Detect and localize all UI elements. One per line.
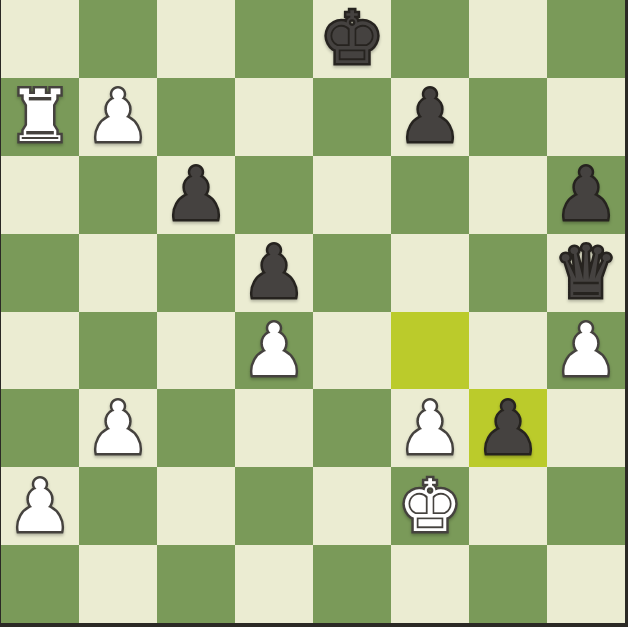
square-a8[interactable] <box>1 0 79 78</box>
square-f8[interactable] <box>391 0 469 78</box>
square-a2[interactable]: ♟♟ <box>1 467 79 545</box>
square-b1[interactable] <box>79 545 157 623</box>
piece-glyph-fill: ♟ <box>8 468 73 545</box>
square-e6[interactable] <box>313 156 391 234</box>
square-a3[interactable] <box>1 389 79 467</box>
square-g8[interactable] <box>469 0 547 78</box>
square-h2[interactable] <box>547 467 625 545</box>
square-d6[interactable] <box>235 156 313 234</box>
square-b2[interactable] <box>79 467 157 545</box>
square-b6[interactable] <box>79 156 157 234</box>
piece-black-pawn-d5[interactable]: ♟♟ <box>235 234 313 312</box>
square-a6[interactable] <box>1 156 79 234</box>
square-d5[interactable]: ♟♟ <box>235 234 313 312</box>
square-b5[interactable] <box>79 234 157 312</box>
square-c4[interactable] <box>157 312 235 390</box>
piece-white-pawn-f3[interactable]: ♟♟ <box>391 389 469 467</box>
square-h6[interactable]: ♟♟ <box>547 156 625 234</box>
square-f3[interactable]: ♟♟ <box>391 389 469 467</box>
square-f5[interactable] <box>391 234 469 312</box>
square-c3[interactable] <box>157 389 235 467</box>
square-h1[interactable] <box>547 545 625 623</box>
square-g5[interactable] <box>469 234 547 312</box>
piece-white-king-f2[interactable]: ♚♚ <box>391 467 469 545</box>
piece-black-pawn-h6[interactable]: ♟♟ <box>547 156 625 234</box>
square-a7[interactable]: ♜♜ <box>1 78 79 156</box>
square-b4[interactable] <box>79 312 157 390</box>
square-c7[interactable] <box>157 78 235 156</box>
square-g1[interactable] <box>469 545 547 623</box>
piece-glyph-fill: ♟ <box>86 390 151 467</box>
square-e1[interactable] <box>313 545 391 623</box>
piece-white-pawn-b7[interactable]: ♟♟ <box>79 78 157 156</box>
square-c1[interactable] <box>157 545 235 623</box>
board-frame: ♚♚♜♜♟♟♟♟♟♟♟♟♟♟♛♛♟♟♟♟♟♟♟♟♟♟♟♟♚♚ <box>0 0 628 627</box>
piece-glyph-fill: ♜ <box>8 78 73 155</box>
square-c6[interactable]: ♟♟ <box>157 156 235 234</box>
square-f4[interactable] <box>391 312 469 390</box>
square-e5[interactable] <box>313 234 391 312</box>
square-f6[interactable] <box>391 156 469 234</box>
piece-black-pawn-c6[interactable]: ♟♟ <box>157 156 235 234</box>
square-h8[interactable] <box>547 0 625 78</box>
piece-glyph-fill: ♚ <box>398 468 463 545</box>
piece-glyph-fill: ♛ <box>554 234 619 311</box>
square-e7[interactable] <box>313 78 391 156</box>
square-e3[interactable] <box>313 389 391 467</box>
square-b8[interactable] <box>79 0 157 78</box>
piece-black-pawn-g3[interactable]: ♟♟ <box>469 389 547 467</box>
piece-glyph-fill: ♟ <box>476 390 541 467</box>
piece-white-rook-a7[interactable]: ♜♜ <box>1 78 79 156</box>
piece-black-queen-h5[interactable]: ♛♛ <box>547 234 625 312</box>
square-g3[interactable]: ♟♟ <box>469 389 547 467</box>
square-f7[interactable]: ♟♟ <box>391 78 469 156</box>
square-d8[interactable] <box>235 0 313 78</box>
square-g2[interactable] <box>469 467 547 545</box>
square-h7[interactable] <box>547 78 625 156</box>
square-e8[interactable]: ♚♚ <box>313 0 391 78</box>
square-f1[interactable] <box>391 545 469 623</box>
square-h3[interactable] <box>547 389 625 467</box>
piece-glyph-fill: ♟ <box>554 312 619 389</box>
piece-black-king-e8[interactable]: ♚♚ <box>313 0 391 78</box>
square-d2[interactable] <box>235 467 313 545</box>
square-d1[interactable] <box>235 545 313 623</box>
square-b3[interactable]: ♟♟ <box>79 389 157 467</box>
square-e4[interactable] <box>313 312 391 390</box>
piece-black-pawn-f7[interactable]: ♟♟ <box>391 78 469 156</box>
piece-white-pawn-b3[interactable]: ♟♟ <box>79 389 157 467</box>
square-f2[interactable]: ♚♚ <box>391 467 469 545</box>
piece-glyph-fill: ♟ <box>242 312 307 389</box>
square-b7[interactable]: ♟♟ <box>79 78 157 156</box>
square-g6[interactable] <box>469 156 547 234</box>
piece-white-pawn-a2[interactable]: ♟♟ <box>1 467 79 545</box>
square-e2[interactable] <box>313 467 391 545</box>
square-d3[interactable] <box>235 389 313 467</box>
square-h4[interactable]: ♟♟ <box>547 312 625 390</box>
piece-glyph-fill: ♟ <box>554 156 619 233</box>
square-d7[interactable] <box>235 78 313 156</box>
square-c2[interactable] <box>157 467 235 545</box>
square-d4[interactable]: ♟♟ <box>235 312 313 390</box>
square-a5[interactable] <box>1 234 79 312</box>
piece-glyph-fill: ♟ <box>164 156 229 233</box>
chess-board: ♚♚♜♜♟♟♟♟♟♟♟♟♟♟♛♛♟♟♟♟♟♟♟♟♟♟♟♟♚♚ <box>1 0 625 623</box>
square-h5[interactable]: ♛♛ <box>547 234 625 312</box>
piece-glyph-fill: ♟ <box>242 234 307 311</box>
square-c5[interactable] <box>157 234 235 312</box>
square-g7[interactable] <box>469 78 547 156</box>
piece-glyph-fill: ♟ <box>86 78 151 155</box>
square-c8[interactable] <box>157 0 235 78</box>
square-a4[interactable] <box>1 312 79 390</box>
square-a1[interactable] <box>1 545 79 623</box>
square-g4[interactable] <box>469 312 547 390</box>
piece-white-pawn-d4[interactable]: ♟♟ <box>235 312 313 390</box>
piece-white-pawn-h4[interactable]: ♟♟ <box>547 312 625 390</box>
piece-glyph-fill: ♟ <box>398 390 463 467</box>
piece-glyph-fill: ♚ <box>320 0 385 77</box>
piece-glyph-fill: ♟ <box>398 78 463 155</box>
